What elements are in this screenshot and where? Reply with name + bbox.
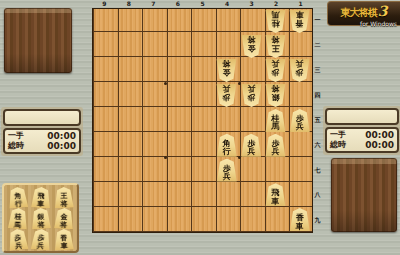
right-move-time-label: 一手 xyxy=(330,130,346,140)
left-clock: 一手 00:00 総時 00:00 xyxy=(3,128,81,154)
piece-kanji: 歩 xyxy=(271,69,279,78)
piece-kanji: 将 xyxy=(223,60,231,69)
rank-label-8: 八 xyxy=(313,183,322,208)
logo-subtitle: for Windows xyxy=(331,20,397,27)
piece-gote-2三[interactable]: 歩兵 xyxy=(265,59,286,82)
board-area: 香車桂馬王将金将金将歩兵歩兵歩兵歩兵銀将桂馬歩兵角行歩兵歩兵歩兵飛車香車 xyxy=(92,8,313,233)
piece-sente-1五[interactable]: 歩兵 xyxy=(289,109,310,132)
rank-label-6: 六 xyxy=(313,133,322,158)
file-label-7: 7 xyxy=(141,0,166,8)
left-total-time-value: 00:00 xyxy=(47,141,76,151)
logo-version: 3 xyxy=(378,3,388,19)
piece-sente-2六[interactable]: 歩兵 xyxy=(265,134,286,157)
right-clock: 一手 00:00 総時 00:00 xyxy=(325,127,399,153)
piece-kanji: 将 xyxy=(271,36,279,45)
rank-label-2: 二 xyxy=(313,33,322,58)
piece-sente-2八[interactable]: 飛車 xyxy=(265,183,286,206)
piece-kanji: 金 xyxy=(223,69,231,78)
piece-sente-3六[interactable]: 歩兵 xyxy=(241,134,262,157)
piece-gote-2一[interactable]: 桂馬 xyxy=(265,10,286,33)
piece-kanji: 兵 xyxy=(14,241,22,249)
file-label-6: 6 xyxy=(166,0,191,8)
rank-label-9: 九 xyxy=(313,208,322,233)
file-label-1: 1 xyxy=(288,0,313,8)
box-piece-桂馬-4[interactable]: 桂馬 xyxy=(7,207,28,229)
file-labels: 987654321 xyxy=(92,0,313,8)
rank-label-7: 七 xyxy=(313,158,322,183)
box-piece-飛車-2[interactable]: 飛車 xyxy=(30,186,51,208)
piece-kanji: 金 xyxy=(247,44,255,53)
piece-gote-1三[interactable]: 歩兵 xyxy=(289,59,310,82)
piece-gote-2二[interactable]: 王将 xyxy=(265,35,286,58)
piece-gote-3二[interactable]: 金将 xyxy=(241,35,262,58)
piece-kanji: 車 xyxy=(37,199,44,207)
right-total-time-label: 総時 xyxy=(330,140,346,150)
app-logo: 東大将棋 3 for Windows xyxy=(327,1,400,26)
right-player-panel: 一手 00:00 総時 00:00 xyxy=(323,106,400,155)
rank-label-5: 五 xyxy=(313,108,322,133)
piece-kanji: 兵 xyxy=(296,122,304,131)
piece-kanji: 行 xyxy=(223,147,231,156)
piece-kanji: 兵 xyxy=(247,85,255,94)
star-point xyxy=(238,156,241,159)
piece-sente-4六[interactable]: 角行 xyxy=(216,134,237,157)
piece-kanji: 車 xyxy=(271,197,279,206)
piece-gote-4三[interactable]: 金将 xyxy=(216,59,237,82)
piece-kanji: 歩 xyxy=(223,94,231,103)
star-point xyxy=(164,156,167,159)
piece-kanji: 兵 xyxy=(271,60,279,69)
file-label-9: 9 xyxy=(92,0,117,8)
rank-label-1: 一 xyxy=(313,8,322,33)
star-point xyxy=(164,82,167,85)
piece-kanji: 兵 xyxy=(271,147,279,156)
star-point xyxy=(238,82,241,85)
piece-kanji: 兵 xyxy=(296,60,304,69)
box-piece-王将-3[interactable]: 王将 xyxy=(53,187,74,209)
box-piece-歩兵-7[interactable]: 歩兵 xyxy=(6,228,28,251)
file-label-5: 5 xyxy=(190,0,215,8)
piece-gote-2四[interactable]: 銀将 xyxy=(265,84,286,107)
piece-kanji: 将 xyxy=(60,199,67,207)
piece-sente-4七[interactable]: 歩兵 xyxy=(216,159,237,182)
file-label-3: 3 xyxy=(239,0,264,8)
left-move-time-value: 00:00 xyxy=(47,131,76,141)
piece-kanji: 馬 xyxy=(271,122,279,131)
piece-gote-3四[interactable]: 歩兵 xyxy=(241,84,262,107)
board-grid[interactable]: 香車桂馬王将金将金将歩兵歩兵歩兵歩兵銀将桂馬歩兵角行歩兵歩兵歩兵飛車香車 xyxy=(92,8,313,233)
left-total-time-label: 総時 xyxy=(8,141,24,151)
piece-kanji: 兵 xyxy=(223,85,231,94)
app-window: 987654321 一二三四五六七八九 香車桂馬王将金将金将歩兵歩兵歩兵歩兵銀将… xyxy=(0,0,400,255)
left-player-name-box xyxy=(3,109,81,126)
piece-kanji: 将 xyxy=(60,220,67,228)
box-piece-歩兵-8[interactable]: 歩兵 xyxy=(30,228,52,251)
gote-komadai[interactable] xyxy=(4,8,72,73)
file-label-8: 8 xyxy=(117,0,142,8)
piece-kanji: 桂 xyxy=(271,19,279,28)
box-piece-香車-9[interactable]: 香車 xyxy=(53,229,74,251)
piece-box[interactable]: 角行飛車王将桂馬銀将金将歩兵歩兵香車 xyxy=(2,183,79,253)
piece-kanji: 行 xyxy=(14,199,22,207)
piece-kanji: 馬 xyxy=(13,220,21,228)
piece-kanji: 将 xyxy=(37,220,44,228)
rank-labels: 一二三四五六七八九 xyxy=(313,8,322,233)
box-piece-銀将-5[interactable]: 銀将 xyxy=(30,207,51,229)
piece-kanji: 兵 xyxy=(36,241,44,249)
piece-kanji: 歩 xyxy=(296,69,304,78)
piece-kanji: 香 xyxy=(296,19,304,28)
left-move-time-label: 一手 xyxy=(8,131,24,141)
rank-label-4: 四 xyxy=(313,83,322,108)
piece-kanji: 将 xyxy=(247,36,255,45)
right-move-time-value: 00:00 xyxy=(365,130,394,140)
file-label-2: 2 xyxy=(264,0,289,8)
piece-sente-2五[interactable]: 桂馬 xyxy=(265,109,286,132)
piece-gote-4四[interactable]: 歩兵 xyxy=(216,84,237,107)
file-label-4: 4 xyxy=(215,0,240,8)
box-piece-金将-6[interactable]: 金将 xyxy=(53,207,74,229)
right-total-time-value: 00:00 xyxy=(365,140,394,150)
piece-kanji: 将 xyxy=(271,85,279,94)
rank-label-3: 三 xyxy=(313,58,322,83)
logo-title: 東大将棋 xyxy=(341,6,377,20)
piece-kanji: 車 xyxy=(60,241,67,249)
piece-kanji: 銀 xyxy=(271,94,279,103)
piece-kanji: 馬 xyxy=(271,11,279,20)
piece-gote-1一[interactable]: 香車 xyxy=(289,10,310,33)
piece-kanji: 歩 xyxy=(247,94,255,103)
left-player-panel: 一手 00:00 総時 00:00 xyxy=(1,107,83,156)
right-player-name-box xyxy=(325,108,399,125)
box-piece-角行-1[interactable]: 角行 xyxy=(7,186,29,209)
piece-kanji: 車 xyxy=(296,11,304,20)
piece-sente-1九[interactable]: 香車 xyxy=(289,208,310,231)
sente-komadai[interactable] xyxy=(331,158,397,232)
piece-kanji: 兵 xyxy=(247,147,255,156)
piece-kanji: 王 xyxy=(271,44,279,53)
piece-kanji: 車 xyxy=(296,222,304,231)
piece-kanji: 兵 xyxy=(223,172,231,181)
